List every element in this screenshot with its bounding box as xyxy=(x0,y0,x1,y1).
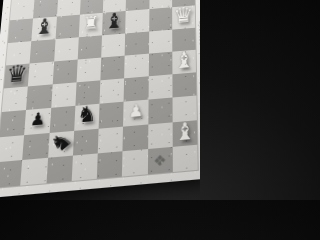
square-a1[interactable] xyxy=(0,160,22,188)
black-knight[interactable]: ♞ xyxy=(46,127,76,158)
square-e7[interactable]: ♝ xyxy=(102,11,126,35)
square-d2[interactable] xyxy=(73,128,99,155)
square-b7[interactable]: ♝ xyxy=(32,17,57,41)
square-a2[interactable] xyxy=(0,135,24,162)
black-queen[interactable]: ♛ xyxy=(5,62,28,87)
white-pawn[interactable]: ♟ xyxy=(128,102,144,120)
square-d1[interactable] xyxy=(71,153,97,181)
black-bishop[interactable]: ♝ xyxy=(33,16,54,38)
square-f2[interactable] xyxy=(123,124,148,151)
square-e2[interactable] xyxy=(98,126,124,153)
board-grid: ♝♜♝♛♛♝♟♞♟♞♝❖ xyxy=(0,0,198,188)
board-emblem-icon: ❖ xyxy=(153,151,166,169)
square-e5[interactable] xyxy=(100,55,125,80)
square-h5[interactable]: ♝ xyxy=(172,50,196,75)
square-b5[interactable] xyxy=(28,61,54,86)
white-rook[interactable]: ♜ xyxy=(82,14,100,33)
square-f6[interactable] xyxy=(125,31,149,55)
square-b6[interactable] xyxy=(30,39,55,64)
square-d3[interactable]: ♞ xyxy=(74,104,100,130)
square-f4[interactable] xyxy=(124,76,148,102)
square-c5[interactable] xyxy=(52,59,77,84)
square-g6[interactable] xyxy=(149,29,173,53)
square-c7[interactable] xyxy=(55,15,80,39)
photo-scene: ♝♜♝♛♛♝♟♞♟♞♝❖ Chessex xyxy=(0,0,200,200)
square-a8[interactable] xyxy=(10,0,35,21)
square-h4[interactable] xyxy=(172,72,196,97)
square-g5[interactable] xyxy=(148,51,172,76)
square-e6[interactable] xyxy=(101,33,125,57)
square-c2[interactable]: ♞ xyxy=(48,130,74,157)
white-queen[interactable]: ♛ xyxy=(173,4,194,27)
square-f1[interactable] xyxy=(122,149,147,177)
square-g1[interactable]: ❖ xyxy=(147,147,172,175)
square-g4[interactable] xyxy=(148,74,172,100)
square-a5[interactable]: ♛ xyxy=(4,63,30,88)
board-brand-text: Chessex xyxy=(198,21,200,46)
square-e1[interactable] xyxy=(97,151,123,179)
square-d7[interactable]: ♜ xyxy=(79,13,103,37)
square-d5[interactable] xyxy=(76,57,101,82)
square-c6[interactable] xyxy=(54,37,79,61)
square-c1[interactable] xyxy=(46,155,73,183)
square-b4[interactable] xyxy=(26,84,52,110)
square-g3[interactable] xyxy=(148,98,173,124)
square-h7[interactable]: ♛ xyxy=(172,6,195,30)
square-h1[interactable] xyxy=(172,144,197,172)
square-f5[interactable] xyxy=(124,53,148,78)
white-bishop[interactable]: ♝ xyxy=(174,49,194,72)
square-h2[interactable]: ♝ xyxy=(172,120,197,147)
square-f3[interactable]: ♟ xyxy=(123,100,148,126)
square-f7[interactable] xyxy=(125,9,149,33)
square-a7[interactable] xyxy=(8,19,33,43)
square-e3[interactable] xyxy=(99,102,124,128)
black-knight[interactable]: ♞ xyxy=(76,104,97,128)
square-a3[interactable] xyxy=(0,110,26,137)
square-b3[interactable]: ♟ xyxy=(24,108,50,135)
square-e4[interactable] xyxy=(100,78,125,104)
square-d6[interactable] xyxy=(77,35,102,59)
white-bishop[interactable]: ♝ xyxy=(174,119,195,144)
square-b2[interactable] xyxy=(22,133,49,160)
square-c4[interactable] xyxy=(51,82,77,108)
square-g7[interactable] xyxy=(149,7,172,31)
chess-board: ♝♜♝♛♛♝♟♞♟♞♝❖ Chessex xyxy=(0,0,200,198)
black-bishop[interactable]: ♝ xyxy=(104,10,124,32)
square-a4[interactable] xyxy=(2,86,28,112)
square-b1[interactable] xyxy=(20,158,47,186)
square-g2[interactable] xyxy=(148,122,173,149)
black-pawn[interactable]: ♟ xyxy=(29,111,46,129)
